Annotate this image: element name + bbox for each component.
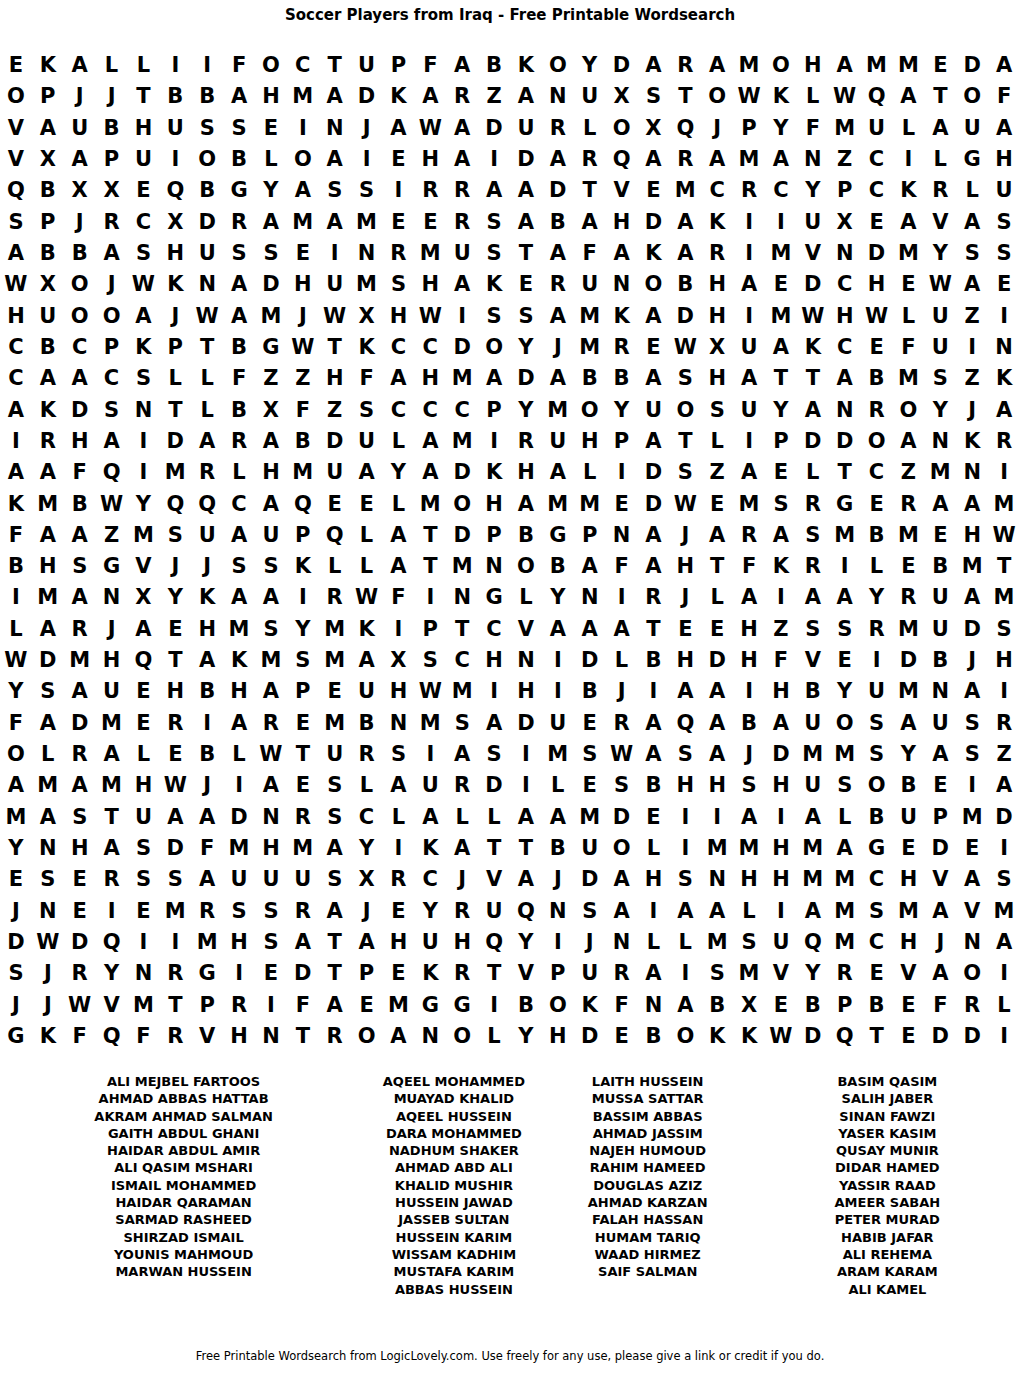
grid-cell: I bbox=[96, 895, 128, 926]
grid-cell: O bbox=[638, 269, 670, 300]
grid-cell: R bbox=[733, 520, 765, 551]
grid-cell: Y bbox=[542, 582, 574, 613]
grid-cell: L bbox=[128, 50, 160, 81]
grid-cell: A bbox=[988, 50, 1020, 81]
grid-cell: A bbox=[351, 645, 383, 676]
grid-cell: S bbox=[669, 457, 701, 488]
grid-cell: M bbox=[223, 614, 255, 645]
grid-cell: E bbox=[414, 207, 446, 238]
grid-cell: H bbox=[765, 676, 797, 707]
grid-cell: B bbox=[638, 1021, 670, 1052]
grid-cell: F bbox=[128, 1021, 160, 1052]
grid-cell: R bbox=[159, 708, 191, 739]
grid-cell: I bbox=[414, 582, 446, 613]
grid-cell: D bbox=[0, 927, 32, 958]
grid-cell: A bbox=[446, 269, 478, 300]
grid-cell: N bbox=[255, 1021, 287, 1052]
grid-cell: H bbox=[956, 520, 988, 551]
grid-cell: B bbox=[223, 332, 255, 363]
grid-cell: S bbox=[159, 864, 191, 895]
grid-cell: A bbox=[255, 207, 287, 238]
grid-cell: N bbox=[701, 864, 733, 895]
grid-cell: J bbox=[96, 81, 128, 112]
grid-cell: I bbox=[191, 50, 223, 81]
grid-cell: X bbox=[96, 175, 128, 206]
grid-cell: S bbox=[988, 238, 1020, 269]
grid-cell: I bbox=[988, 833, 1020, 864]
grid-cell: N bbox=[542, 81, 574, 112]
grid-cell: P bbox=[383, 50, 415, 81]
word-list-item: WISSAM KADHIM bbox=[367, 1246, 540, 1263]
grid-cell: A bbox=[574, 614, 606, 645]
grid-cell: D bbox=[765, 739, 797, 770]
grid-cell: D bbox=[159, 426, 191, 457]
grid-cell: A bbox=[574, 551, 606, 582]
grid-cell: S bbox=[765, 488, 797, 519]
grid-cell: K bbox=[0, 488, 32, 519]
grid-cell: B bbox=[733, 708, 765, 739]
grid-cell: H bbox=[510, 457, 542, 488]
grid-cell: D bbox=[64, 394, 96, 425]
grid-cell: U bbox=[924, 301, 956, 332]
grid-cell: D bbox=[319, 426, 351, 457]
grid-cell: U bbox=[478, 895, 510, 926]
grid-cell: N bbox=[606, 927, 638, 958]
grid-cell: F bbox=[287, 394, 319, 425]
grid-cell: C bbox=[287, 50, 319, 81]
grid-cell: A bbox=[924, 113, 956, 144]
grid-cell: P bbox=[606, 426, 638, 457]
grid-cell: I bbox=[733, 238, 765, 269]
grid-cell: U bbox=[351, 676, 383, 707]
word-list-item: PETER MURAD bbox=[755, 1211, 1020, 1228]
grid-cell: G bbox=[829, 488, 861, 519]
grid-cell: B bbox=[861, 989, 893, 1020]
grid-cell: M bbox=[701, 833, 733, 864]
grid-cell: P bbox=[287, 676, 319, 707]
grid-cell: E bbox=[128, 175, 160, 206]
grid-cell: C bbox=[861, 175, 893, 206]
grid-cell: I bbox=[223, 958, 255, 989]
grid-cell: H bbox=[701, 363, 733, 394]
word-list-item: AHMAD KARZAN bbox=[541, 1194, 755, 1211]
word-list-column: LAITH HUSSEINMUSSA SATTARBASSIM ABBASAHM… bbox=[541, 1073, 755, 1298]
grid-cell: V bbox=[956, 895, 988, 926]
grid-cell: Q bbox=[128, 645, 160, 676]
grid-cell: O bbox=[574, 394, 606, 425]
grid-cell: A bbox=[829, 50, 861, 81]
grid-cell: L bbox=[383, 802, 415, 833]
grid-cell: A bbox=[414, 802, 446, 833]
grid-cell: C bbox=[128, 207, 160, 238]
grid-cell: M bbox=[319, 614, 351, 645]
grid-cell: U bbox=[414, 927, 446, 958]
grid-cell: T bbox=[988, 551, 1020, 582]
grid-cell: A bbox=[701, 708, 733, 739]
word-list-item: YASSIR RAAD bbox=[755, 1177, 1020, 1194]
grid-cell: A bbox=[638, 363, 670, 394]
grid-cell: E bbox=[606, 1021, 638, 1052]
grid-cell: N bbox=[96, 582, 128, 613]
grid-cell: F bbox=[223, 363, 255, 394]
grid-cell: A bbox=[319, 833, 351, 864]
grid-cell: J bbox=[924, 927, 956, 958]
grid-cell: U bbox=[128, 144, 160, 175]
grid-cell: X bbox=[32, 144, 64, 175]
grid-cell: R bbox=[606, 958, 638, 989]
grid-cell: A bbox=[319, 81, 351, 112]
grid-cell: A bbox=[478, 363, 510, 394]
grid-cell: H bbox=[64, 426, 96, 457]
word-list-item: AHMAD ABBAS HATTAB bbox=[0, 1090, 367, 1107]
grid-cell: I bbox=[542, 676, 574, 707]
grid-cell: L bbox=[829, 802, 861, 833]
grid-cell: A bbox=[478, 708, 510, 739]
page-title: Soccer Players from Iraq - Free Printabl… bbox=[0, 6, 1020, 24]
grid-cell: D bbox=[478, 770, 510, 801]
grid-cell: L bbox=[191, 394, 223, 425]
word-list-item: SHIRZAD ISMAIL bbox=[0, 1229, 367, 1246]
grid-cell: C bbox=[383, 394, 415, 425]
grid-cell: M bbox=[319, 645, 351, 676]
grid-cell: I bbox=[765, 207, 797, 238]
grid-cell: S bbox=[478, 207, 510, 238]
grid-cell: L bbox=[351, 551, 383, 582]
word-list-item: NAJEH HUMOUD bbox=[541, 1142, 755, 1159]
grid-cell: I bbox=[159, 50, 191, 81]
grid-cell: S bbox=[128, 833, 160, 864]
grid-cell: H bbox=[223, 1021, 255, 1052]
grid-cell: D bbox=[574, 645, 606, 676]
grid-cell: E bbox=[383, 958, 415, 989]
grid-cell: E bbox=[861, 488, 893, 519]
grid-cell: S bbox=[255, 614, 287, 645]
grid-cell: R bbox=[797, 551, 829, 582]
grid-cell: A bbox=[510, 488, 542, 519]
grid-cell: F bbox=[606, 989, 638, 1020]
grid-cell: P bbox=[765, 426, 797, 457]
grid-cell: O bbox=[861, 426, 893, 457]
grid-cell: A bbox=[956, 864, 988, 895]
grid-cell: L bbox=[638, 927, 670, 958]
grid-cell: H bbox=[669, 770, 701, 801]
grid-cell: B bbox=[191, 676, 223, 707]
grid-cell: W bbox=[797, 301, 829, 332]
grid-cell: E bbox=[988, 269, 1020, 300]
grid-cell: J bbox=[669, 582, 701, 613]
grid-cell: E bbox=[893, 269, 925, 300]
grid-cell: D bbox=[542, 175, 574, 206]
grid-cell: U bbox=[319, 269, 351, 300]
grid-cell: M bbox=[319, 708, 351, 739]
grid-cell: E bbox=[638, 802, 670, 833]
grid-cell: M bbox=[446, 676, 478, 707]
grid-cell: N bbox=[924, 676, 956, 707]
grid-cell: A bbox=[255, 770, 287, 801]
grid-cell: E bbox=[861, 207, 893, 238]
grid-cell: I bbox=[287, 582, 319, 613]
grid-cell: F bbox=[988, 81, 1020, 112]
grid-cell: H bbox=[765, 833, 797, 864]
grid-cell: Q bbox=[0, 175, 32, 206]
grid-cell: V bbox=[924, 864, 956, 895]
grid-cell: U bbox=[191, 238, 223, 269]
grid-cell: R bbox=[893, 488, 925, 519]
grid-cell: K bbox=[351, 332, 383, 363]
grid-cell: A bbox=[414, 426, 446, 457]
grid-cell: W bbox=[414, 301, 446, 332]
grid-cell: A bbox=[638, 520, 670, 551]
grid-cell: D bbox=[574, 864, 606, 895]
grid-cell: S bbox=[223, 113, 255, 144]
grid-cell: S bbox=[988, 864, 1020, 895]
grid-cell: D bbox=[956, 50, 988, 81]
grid-cell: C bbox=[478, 614, 510, 645]
grid-cell: N bbox=[542, 895, 574, 926]
grid-cell: A bbox=[956, 488, 988, 519]
grid-cell: P bbox=[159, 332, 191, 363]
grid-cell: R bbox=[542, 113, 574, 144]
grid-cell: Y bbox=[510, 1021, 542, 1052]
grid-cell: U bbox=[861, 113, 893, 144]
grid-cell: A bbox=[701, 520, 733, 551]
grid-cell: J bbox=[287, 301, 319, 332]
grid-cell: O bbox=[893, 394, 925, 425]
grid-cell: H bbox=[861, 269, 893, 300]
grid-cell: A bbox=[988, 927, 1020, 958]
grid-cell: R bbox=[319, 1021, 351, 1052]
grid-cell: M bbox=[829, 927, 861, 958]
grid-cell: D bbox=[510, 363, 542, 394]
grid-cell: E bbox=[829, 645, 861, 676]
grid-cell: T bbox=[319, 332, 351, 363]
grid-cell: L bbox=[797, 81, 829, 112]
grid-cell: M bbox=[542, 488, 574, 519]
grid-cell: N bbox=[32, 895, 64, 926]
grid-cell: K bbox=[191, 582, 223, 613]
grid-cell: I bbox=[383, 175, 415, 206]
grid-cell: M bbox=[446, 551, 478, 582]
grid-cell: A bbox=[319, 989, 351, 1020]
word-list-column: BASIM QASIMSALIH JABERSINAN FAWZIYASER K… bbox=[755, 1073, 1020, 1298]
grid-cell: S bbox=[414, 645, 446, 676]
grid-cell: N bbox=[510, 645, 542, 676]
grid-cell: D bbox=[287, 958, 319, 989]
grid-cell: O bbox=[96, 301, 128, 332]
grid-cell: L bbox=[255, 144, 287, 175]
grid-cell: N bbox=[988, 332, 1020, 363]
grid-cell: N bbox=[829, 238, 861, 269]
grid-cell: P bbox=[574, 520, 606, 551]
grid-cell: B bbox=[542, 551, 574, 582]
grid-cell: U bbox=[191, 520, 223, 551]
grid-cell: J bbox=[542, 864, 574, 895]
grid-cell: H bbox=[510, 676, 542, 707]
grid-cell: M bbox=[988, 895, 1020, 926]
grid-cell: E bbox=[287, 770, 319, 801]
grid-cell: A bbox=[0, 394, 32, 425]
grid-cell: R bbox=[669, 144, 701, 175]
grid-cell: R bbox=[861, 614, 893, 645]
grid-cell: S bbox=[478, 301, 510, 332]
grid-cell: E bbox=[765, 989, 797, 1020]
grid-cell: A bbox=[223, 301, 255, 332]
grid-cell: J bbox=[956, 645, 988, 676]
word-list-item: LAITH HUSSEIN bbox=[541, 1073, 755, 1090]
grid-cell: Y bbox=[861, 582, 893, 613]
grid-cell: C bbox=[829, 269, 861, 300]
grid-cell: M bbox=[861, 50, 893, 81]
grid-cell: A bbox=[956, 582, 988, 613]
grid-cell: S bbox=[861, 739, 893, 770]
grid-cell: L bbox=[96, 50, 128, 81]
grid-cell: H bbox=[446, 927, 478, 958]
grid-cell: O bbox=[351, 1021, 383, 1052]
grid-cell: O bbox=[446, 488, 478, 519]
grid-cell: X bbox=[638, 113, 670, 144]
grid-cell: M bbox=[893, 520, 925, 551]
grid-cell: V bbox=[0, 144, 32, 175]
grid-cell: C bbox=[701, 175, 733, 206]
grid-cell: W bbox=[32, 927, 64, 958]
grid-cell: B bbox=[893, 770, 925, 801]
grid-cell: L bbox=[319, 551, 351, 582]
grid-cell: M bbox=[733, 50, 765, 81]
grid-cell: R bbox=[96, 864, 128, 895]
grid-cell: N bbox=[191, 269, 223, 300]
grid-cell: X bbox=[351, 864, 383, 895]
grid-cell: J bbox=[669, 520, 701, 551]
grid-cell: K bbox=[128, 332, 160, 363]
grid-cell: A bbox=[287, 175, 319, 206]
grid-cell: K bbox=[414, 833, 446, 864]
grid-cell: T bbox=[510, 833, 542, 864]
grid-cell: U bbox=[893, 802, 925, 833]
word-list-item: HAIDAR QARAMAN bbox=[0, 1194, 367, 1211]
grid-cell: S bbox=[319, 864, 351, 895]
grid-cell: N bbox=[446, 582, 478, 613]
grid-cell: F bbox=[893, 332, 925, 363]
grid-cell: R bbox=[64, 739, 96, 770]
grid-cell: H bbox=[765, 864, 797, 895]
grid-cell: S bbox=[606, 770, 638, 801]
grid-cell: H bbox=[96, 645, 128, 676]
word-list-item: DARA MOHAMMED bbox=[367, 1125, 540, 1142]
grid-cell: X bbox=[606, 81, 638, 112]
grid-cell: C bbox=[765, 175, 797, 206]
grid-cell: R bbox=[606, 332, 638, 363]
grid-cell: H bbox=[478, 488, 510, 519]
grid-cell: F bbox=[383, 582, 415, 613]
grid-cell: O bbox=[64, 301, 96, 332]
grid-cell: M bbox=[733, 833, 765, 864]
grid-cell: T bbox=[159, 394, 191, 425]
grid-cell: A bbox=[351, 457, 383, 488]
grid-cell: O bbox=[542, 50, 574, 81]
grid-cell: R bbox=[223, 426, 255, 457]
grid-cell: U bbox=[255, 520, 287, 551]
grid-cell: R bbox=[446, 895, 478, 926]
grid-cell: W bbox=[733, 81, 765, 112]
grid-cell: G bbox=[191, 958, 223, 989]
grid-cell: N bbox=[574, 582, 606, 613]
grid-cell: B bbox=[159, 81, 191, 112]
grid-cell: L bbox=[0, 614, 32, 645]
grid-cell: R bbox=[446, 207, 478, 238]
grid-cell: S bbox=[255, 238, 287, 269]
grid-cell: B bbox=[797, 676, 829, 707]
grid-cell: H bbox=[988, 645, 1020, 676]
grid-cell: E bbox=[351, 488, 383, 519]
grid-cell: L bbox=[351, 770, 383, 801]
grid-cell: M bbox=[351, 269, 383, 300]
grid-cell: G bbox=[223, 175, 255, 206]
grid-cell: B bbox=[638, 770, 670, 801]
grid-cell: K bbox=[638, 238, 670, 269]
grid-cell: J bbox=[956, 394, 988, 425]
grid-cell: H bbox=[638, 864, 670, 895]
grid-cell: Q bbox=[96, 1021, 128, 1052]
grid-cell: N bbox=[606, 520, 638, 551]
grid-cell: X bbox=[159, 207, 191, 238]
grid-cell: D bbox=[446, 520, 478, 551]
grid-cell: P bbox=[191, 989, 223, 1020]
grid-cell: B bbox=[0, 551, 32, 582]
grid-cell: J bbox=[733, 739, 765, 770]
grid-cell: Q bbox=[191, 488, 223, 519]
grid-cell: R bbox=[956, 989, 988, 1020]
word-list-item: ALI REHEMA bbox=[755, 1246, 1020, 1263]
grid-cell: M bbox=[956, 551, 988, 582]
grid-cell: G bbox=[414, 989, 446, 1020]
grid-cell: D bbox=[478, 113, 510, 144]
grid-cell: Y bbox=[0, 676, 32, 707]
grid-cell: R bbox=[574, 144, 606, 175]
grid-cell: A bbox=[669, 207, 701, 238]
grid-cell: A bbox=[606, 238, 638, 269]
grid-cell: M bbox=[574, 301, 606, 332]
grid-cell: V bbox=[0, 113, 32, 144]
grid-cell: Y bbox=[797, 958, 829, 989]
grid-cell: Y bbox=[924, 394, 956, 425]
grid-cell: Q bbox=[669, 113, 701, 144]
grid-cell: A bbox=[542, 363, 574, 394]
grid-cell: I bbox=[606, 457, 638, 488]
grid-cell: M bbox=[287, 833, 319, 864]
grid-cell: Q bbox=[861, 81, 893, 112]
grid-cell: I bbox=[191, 708, 223, 739]
grid-cell: E bbox=[893, 989, 925, 1020]
grid-cell: I bbox=[829, 551, 861, 582]
grid-cell: H bbox=[701, 770, 733, 801]
grid-cell: B bbox=[96, 113, 128, 144]
grid-cell: L bbox=[669, 927, 701, 958]
grid-cell: M bbox=[383, 989, 415, 1020]
grid-cell: D bbox=[510, 144, 542, 175]
grid-cell: M bbox=[893, 238, 925, 269]
grid-cell: L bbox=[32, 739, 64, 770]
grid-cell: R bbox=[988, 708, 1020, 739]
grid-cell: R bbox=[383, 864, 415, 895]
grid-cell: A bbox=[765, 144, 797, 175]
word-list-item: SARMAD RASHEED bbox=[0, 1211, 367, 1228]
grid-cell: W bbox=[414, 676, 446, 707]
grid-cell: Z bbox=[96, 520, 128, 551]
grid-cell: S bbox=[574, 895, 606, 926]
word-list-item: YOUNIS MAHMOUD bbox=[0, 1246, 367, 1263]
grid-cell: M bbox=[159, 457, 191, 488]
grid-cell: S bbox=[128, 363, 160, 394]
